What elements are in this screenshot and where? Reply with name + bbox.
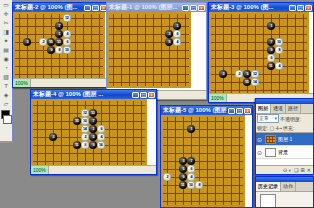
board-intersection [179, 197, 187, 205]
board-intersection [165, 78, 173, 86]
board-intersection [203, 189, 211, 197]
board-intersection [299, 46, 307, 54]
board-intersection [137, 117, 145, 125]
move-number: 14 [253, 80, 257, 84]
board-intersection: 6 [187, 165, 195, 173]
board-intersection [173, 78, 181, 86]
maximize-button[interactable]: □ [92, 5, 99, 11]
board-intersection [95, 30, 103, 38]
board-intersection [129, 141, 137, 149]
board-intersection [227, 54, 235, 62]
board-intersection [97, 149, 105, 157]
board-intersection [49, 117, 57, 125]
move-number: 4 [190, 175, 192, 179]
board-intersection [283, 86, 291, 93]
go-board-grid: 1271432151369810 [15, 14, 103, 78]
board-intersection [89, 101, 97, 109]
board-intersection: 7 [187, 157, 195, 165]
board-intersection [133, 22, 141, 30]
board-intersection [79, 62, 87, 70]
move-number: 12 [253, 72, 257, 76]
board-intersection [163, 141, 171, 149]
board-intersection [211, 46, 219, 54]
maximize-button[interactable]: □ [190, 5, 197, 11]
board-intersection [49, 109, 57, 117]
board-intersection [23, 30, 31, 38]
window-titlebar[interactable]: 未标题-4 @ 100% (图层 ... _ □ × [31, 90, 156, 99]
board-intersection [219, 30, 227, 38]
tab-history[interactable]: 历史记录 [256, 182, 281, 191]
board-intersection [203, 117, 211, 125]
board-intersection [163, 189, 171, 197]
board-intersection [179, 189, 187, 197]
delete-layer-icon[interactable]: ✕ [307, 166, 311, 174]
zoom-level[interactable]: 100% [31, 166, 49, 174]
board-intersection [211, 189, 219, 197]
board-intersection [87, 70, 95, 78]
layer-mask-icon[interactable]: ❏ [294, 166, 298, 174]
board-intersection [89, 157, 97, 165]
board-intersection [41, 157, 49, 165]
tool-icon[interactable]: ▭ [1, 1, 12, 10]
tool-icon[interactable]: ◨ [1, 28, 12, 37]
status-bar: 100% [13, 78, 108, 87]
board-intersection [211, 157, 219, 165]
tool-icon[interactable]: T [1, 82, 12, 91]
board-intersection [129, 125, 137, 133]
palette-tabs: 图层 通道 路径 [256, 104, 313, 114]
board-intersection [235, 197, 243, 205]
background-color-swatch[interactable] [3, 115, 12, 124]
board-intersection [23, 54, 31, 62]
board-intersection [227, 181, 235, 189]
blend-mode-select[interactable]: 正常 ▾ [257, 114, 279, 123]
lock-row: 锁定: ▢ ✛ ▪ 填充: [256, 123, 313, 132]
minimize-button[interactable]: _ [84, 5, 91, 11]
black-stone: 15 [73, 117, 81, 125]
board-intersection [291, 54, 299, 62]
board-intersection [291, 78, 299, 86]
visibility-eye-icon[interactable]: ⊙ [257, 149, 263, 156]
tool-icon[interactable]: ▨ [1, 73, 12, 82]
board-intersection [157, 70, 165, 78]
board-intersection [121, 101, 129, 109]
board-intersection [235, 141, 243, 149]
board-intersection [41, 125, 49, 133]
board-intersection [105, 157, 113, 165]
board-intersection [227, 197, 235, 205]
board-intersection [95, 62, 103, 70]
board-intersection [15, 62, 23, 70]
board-intersection [259, 78, 267, 86]
board-intersection [219, 22, 227, 30]
link-layers-icon[interactable]: ⊙ [283, 166, 287, 174]
board-intersection [227, 173, 235, 181]
board-intersection [39, 62, 47, 70]
tool-icon[interactable]: ▤ [1, 46, 12, 55]
white-stone: 10 [81, 117, 89, 125]
color-swatches[interactable] [1, 110, 12, 124]
board-intersection [291, 38, 299, 46]
minimize-button[interactable]: _ [182, 5, 189, 11]
go-board-grid: 1375629411108 [163, 117, 243, 205]
layer-style-icon[interactable]: ◐ [289, 166, 292, 174]
move-number: 6 [176, 32, 178, 36]
maximize-button[interactable]: □ [297, 5, 304, 11]
board-intersection [97, 101, 105, 109]
white-stone: 8 [81, 141, 89, 149]
board-intersection [129, 101, 137, 109]
maximize-button[interactable]: □ [236, 108, 243, 114]
layers-palette[interactable]: 图层 通道 路径 正常 ▾ 不透明度: 锁定: ▢ ✛ ▪ 填充: ⊙ 图层 1… [255, 98, 314, 175]
minimize-button[interactable]: _ [289, 5, 296, 11]
board-intersection [23, 46, 31, 54]
board-intersection [275, 14, 283, 22]
visibility-eye-icon[interactable]: ⊙ [257, 136, 263, 143]
black-stone: 7 [55, 22, 63, 30]
board-intersection [95, 54, 103, 62]
board-intersection [49, 149, 57, 157]
tool-icon[interactable]: ◈ [1, 91, 12, 100]
board-intersection [81, 157, 89, 165]
document-window-untitled-5[interactable]: 未标题-5 @ 100% (图层 1, 灰... _ □ × 137562941… [160, 105, 253, 208]
white-stone: 10 [63, 46, 71, 54]
zoom-level[interactable]: 100% [13, 79, 31, 87]
board-intersection [251, 14, 259, 22]
board-intersection: 11 [73, 141, 81, 149]
zoom-level[interactable]: 100% [209, 94, 227, 102]
board-intersection [251, 54, 259, 62]
board-intersection [187, 197, 195, 205]
board-intersection [33, 109, 41, 117]
white-stone: 12 [251, 70, 259, 78]
black-stone: 3 [23, 38, 31, 46]
minimize-button[interactable]: _ [228, 108, 235, 114]
board-intersection [171, 165, 179, 173]
board-intersection: 10 [275, 38, 283, 46]
board-intersection: 6 [173, 30, 181, 38]
board-intersection [87, 30, 95, 38]
black-stone: 5 [89, 133, 97, 141]
board-intersection [49, 141, 57, 149]
document-window-untitled-4[interactable]: 未标题-4 @ 100% (图层 ... _ □ × 1213151071416… [30, 89, 157, 175]
close-button[interactable]: × [198, 5, 205, 11]
board-intersection [219, 86, 227, 93]
minimize-button[interactable]: _ [132, 92, 139, 98]
board-intersection: 12 [63, 14, 71, 22]
board-intersection [165, 14, 173, 22]
board-intersection [87, 46, 95, 54]
board-intersection [117, 22, 125, 30]
black-stone: 9 [47, 46, 55, 54]
board-intersection [291, 46, 299, 54]
white-stone: 6 [187, 165, 195, 173]
board-intersection [129, 149, 137, 157]
board-intersection [283, 78, 291, 86]
board-intersection: 4 [187, 173, 195, 181]
lock-paint-icon[interactable]: ✛ [275, 125, 279, 131]
board-intersection [227, 117, 235, 125]
board-intersection [105, 141, 113, 149]
board-intersection [81, 149, 89, 157]
tool-icon[interactable]: ▱ [1, 100, 12, 109]
black-stone: 9 [179, 173, 187, 181]
tab-channels[interactable]: 通道 [271, 104, 286, 113]
board-intersection [63, 62, 71, 70]
white-stone: 8 [55, 46, 63, 54]
board-intersection [39, 54, 47, 62]
board-intersection [259, 14, 267, 22]
document-window-untitled-3[interactable]: 未标题-3 @ 100% (图... _ □ × 171098611432512… [208, 2, 314, 103]
board-intersection [235, 181, 243, 189]
board-intersection: 5 [89, 133, 97, 141]
board-intersection [141, 78, 149, 86]
snapshot-thumbnail[interactable] [260, 194, 276, 208]
layers-palette-buttons: ⊙ ◐ ❏ ⊞ ✕ [256, 165, 313, 174]
board-intersection [275, 22, 283, 30]
board-intersection [73, 109, 81, 117]
board-intersection [137, 149, 145, 157]
board-intersection [125, 22, 133, 30]
blend-mode-row: 正常 ▾ 不透明度: [256, 114, 313, 123]
black-stone: 7 [187, 157, 195, 165]
board-intersection [275, 54, 283, 62]
board-intersection [171, 197, 179, 205]
move-number: 8 [58, 48, 60, 52]
board-intersection [95, 46, 103, 54]
board-intersection [171, 157, 179, 165]
board-intersection [109, 38, 117, 46]
document-window-untitled-1[interactable]: 未标题-1 @ 100% (图层... _ □ × 13654 100% [106, 2, 207, 100]
close-button[interactable]: × [305, 5, 312, 11]
board-intersection [243, 62, 251, 70]
layer-thumbnail [265, 135, 276, 144]
board-intersection [171, 189, 179, 197]
maximize-button[interactable]: □ [140, 92, 147, 98]
board-intersection [71, 46, 79, 54]
history-palette[interactable]: 历史记录 动作 [255, 176, 314, 208]
board-intersection [181, 78, 189, 86]
white-stone: 8 [195, 181, 203, 189]
board-intersection [141, 14, 149, 22]
board-intersection [165, 62, 173, 70]
board-intersection [87, 14, 95, 22]
window-titlebar[interactable]: 未标题-1 @ 100% (图层... _ □ × [107, 3, 206, 12]
board-intersection: 9 [267, 46, 275, 54]
tool-icon[interactable]: ✦ [1, 37, 12, 46]
document-window-untitled-2[interactable]: 未标题-2 @ 100% (图... _ □ × 127143215136981… [12, 2, 109, 88]
board-intersection: 3 [165, 30, 173, 38]
move-number: 10 [277, 40, 281, 44]
tool-icons: ▭✛✂◨✦▤◉◔▨T◈▱ [1, 1, 12, 109]
board-intersection: 12 [81, 109, 89, 117]
board-intersection [129, 109, 137, 117]
board-intersection [267, 78, 275, 86]
new-layer-icon[interactable]: ⊞ [301, 166, 305, 174]
board-intersection [33, 149, 41, 157]
board-intersection [23, 70, 31, 78]
board-intersection [259, 38, 267, 46]
tab-paths[interactable]: 路径 [286, 104, 301, 113]
black-stone: 3 [165, 30, 173, 38]
board-intersection [65, 141, 73, 149]
board-intersection [283, 14, 291, 22]
move-number: 11 [181, 183, 184, 187]
window-titlebar[interactable]: 未标题-5 @ 100% (图层 1, 灰... _ □ × [161, 106, 252, 115]
board-intersection [31, 46, 39, 54]
history-list [256, 192, 313, 208]
board-intersection [63, 22, 71, 30]
board-intersection: 15 [47, 38, 55, 46]
tab-actions[interactable]: 动作 [281, 182, 296, 191]
board-intersection [157, 46, 165, 54]
board-intersection [251, 86, 259, 93]
board-intersection [195, 173, 203, 181]
board-intersection [299, 78, 307, 86]
board-intersection [57, 125, 65, 133]
board-intersection [283, 54, 291, 62]
board-intersection [149, 30, 157, 38]
board-intersection: 15 [73, 117, 81, 125]
board-intersection: 11 [267, 62, 275, 70]
board-intersection [73, 157, 81, 165]
board-intersection [243, 38, 251, 46]
board-intersection [79, 22, 87, 30]
board-intersection [195, 165, 203, 173]
board-intersection [137, 125, 145, 133]
move-number: 14 [83, 127, 87, 131]
board-intersection [109, 62, 117, 70]
board-intersection [65, 109, 73, 117]
board-intersection [41, 117, 49, 125]
move-number: 7 [92, 119, 94, 123]
status-info [31, 79, 108, 87]
board-intersection: 11 [179, 181, 187, 189]
black-stone: 5 [243, 70, 251, 78]
board-intersection [113, 125, 121, 133]
board-intersection [283, 38, 291, 46]
board-intersection [275, 86, 283, 93]
board-intersection [133, 14, 141, 22]
board-intersection [195, 157, 203, 165]
board-intersection: 4 [275, 62, 283, 70]
move-number: 5 [92, 135, 94, 139]
move-number: 3 [52, 135, 54, 139]
board-intersection [235, 14, 243, 22]
board-intersection [41, 109, 49, 117]
black-stone: 1 [187, 125, 195, 133]
board-intersection [235, 173, 243, 181]
board-intersection [71, 22, 79, 30]
board-intersection [195, 133, 203, 141]
layer-row-background[interactable]: ⊙ 背景 [256, 146, 313, 159]
lock-all-icon[interactable]: ▪ [280, 125, 282, 131]
board-intersection [235, 38, 243, 46]
board-intersection: 1 [267, 22, 275, 30]
board-intersection [57, 149, 65, 157]
board-intersection [227, 78, 235, 86]
board-intersection [163, 157, 171, 165]
board-intersection [47, 30, 55, 38]
board-intersection [211, 70, 219, 78]
window-titlebar[interactable]: 未标题-3 @ 100% (图... _ □ × [209, 3, 313, 12]
move-number: 4 [66, 32, 68, 36]
tab-layers[interactable]: 图层 [256, 104, 271, 113]
board-intersection [125, 78, 133, 86]
board-intersection [163, 197, 171, 205]
black-stone: 11 [73, 141, 81, 149]
board-intersection [181, 14, 189, 22]
board-intersection: 8 [195, 181, 203, 189]
go-board-image: 12131510714163254118916 [31, 99, 147, 165]
board-intersection [171, 133, 179, 141]
board-intersection [133, 70, 141, 78]
white-stone: 2 [163, 173, 171, 181]
white-stone: 14 [251, 78, 259, 86]
tool-icon[interactable]: ✛ [1, 10, 12, 19]
board-intersection [117, 54, 125, 62]
board-intersection [33, 101, 41, 109]
move-number: 3 [168, 32, 170, 36]
board-intersection [71, 70, 79, 78]
tool-icon[interactable]: ◔ [1, 64, 12, 73]
board-intersection [65, 125, 73, 133]
board-intersection: 10 [63, 46, 71, 54]
board-intersection [117, 30, 125, 38]
board-intersection [129, 157, 137, 165]
tool-icon[interactable]: ✂ [1, 19, 12, 28]
close-button[interactable]: × [244, 108, 251, 114]
move-number: 15 [245, 80, 249, 84]
board-intersection [211, 141, 219, 149]
black-stone: 3 [219, 70, 227, 78]
board-intersection [211, 133, 219, 141]
go-board-image: 1710986114325121514 [209, 12, 309, 93]
board-intersection [275, 30, 283, 38]
board-intersection [65, 133, 73, 141]
board-intersection [95, 38, 103, 46]
board-intersection [187, 117, 195, 125]
board-intersection [171, 141, 179, 149]
board-intersection: 2 [39, 38, 47, 46]
board-intersection [235, 157, 243, 165]
board-intersection [125, 62, 133, 70]
move-number: 6 [66, 40, 68, 44]
layer-row-layer1[interactable]: ⊙ 图层 1 [256, 133, 313, 146]
board-intersection [219, 38, 227, 46]
board-intersection: 4 [63, 30, 71, 38]
window-titlebar[interactable]: 未标题-2 @ 100% (图... _ □ × [13, 3, 108, 12]
tool-icon[interactable]: ◉ [1, 55, 12, 64]
board-intersection [105, 101, 113, 109]
board-intersection [259, 22, 267, 30]
board-intersection [219, 14, 227, 22]
white-stone: 4 [187, 173, 195, 181]
board-intersection [267, 30, 275, 38]
move-number: 1 [176, 24, 178, 28]
board-intersection [251, 22, 259, 30]
white-stone: 4 [63, 30, 71, 38]
close-button[interactable]: × [148, 92, 155, 98]
white-stone: 10 [187, 181, 195, 189]
board-intersection [55, 54, 63, 62]
lock-transparency-icon[interactable]: ▢ [269, 125, 274, 131]
board-intersection: 1 [173, 22, 181, 30]
white-stone: 6 [97, 125, 105, 133]
board-intersection: 9 [47, 46, 55, 54]
board-intersection [57, 109, 65, 117]
board-intersection [211, 149, 219, 157]
